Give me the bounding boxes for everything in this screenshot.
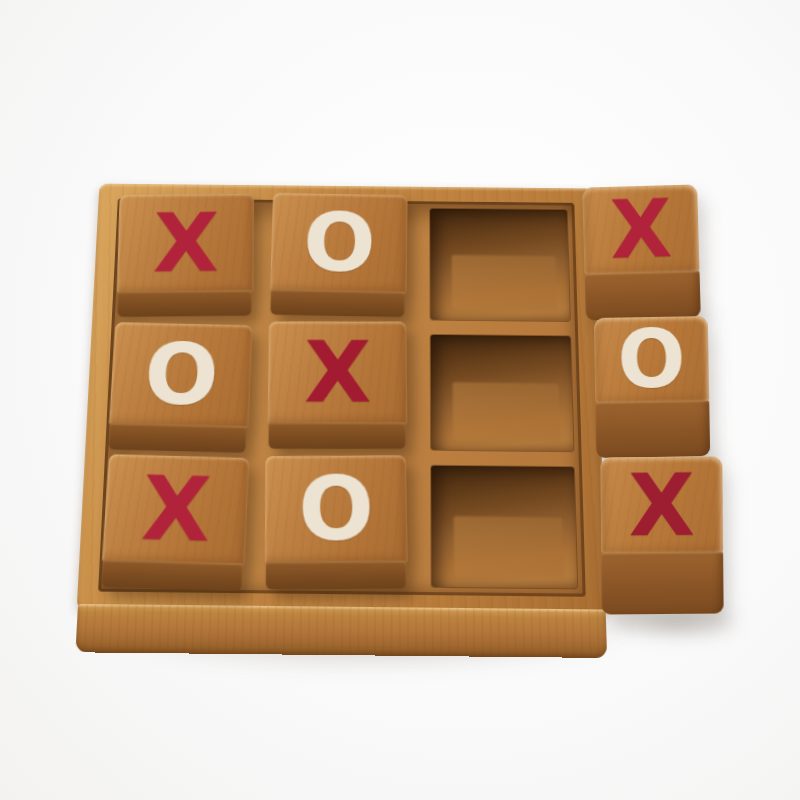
cube-top-face: X: [582, 184, 699, 274]
piece-letter: X: [152, 202, 219, 284]
board-grid: X O: [98, 198, 586, 596]
cell-r1-c1[interactable]: X: [272, 333, 415, 450]
cell-r2-c1[interactable]: O: [269, 464, 415, 586]
cell-r2-c2[interactable]: [431, 466, 577, 588]
product-photo-scene: X O: [0, 0, 800, 800]
cell-r0-c0[interactable]: X: [120, 206, 262, 318]
piece-block[interactable]: O: [265, 456, 409, 590]
piece-block[interactable]: O: [270, 193, 409, 317]
piece-block-top: O: [265, 456, 408, 564]
piece-block-top: X: [268, 321, 408, 423]
cube-top-face: X: [600, 456, 723, 553]
piece-letter: O: [299, 465, 375, 555]
piece-block-top: X: [117, 194, 254, 293]
piece-block[interactable]: O: [107, 322, 253, 452]
spare-piece-cube-2[interactable]: O: [594, 316, 710, 458]
piece-letter: O: [617, 319, 686, 400]
cube-front-face: [595, 400, 710, 458]
cube-top-face: O: [594, 316, 709, 403]
cell-r0-c1[interactable]: O: [275, 207, 415, 319]
cell-r1-c2[interactable]: [430, 335, 573, 452]
piece-letter: X: [304, 330, 372, 415]
piece-block-front: [117, 290, 252, 317]
cell-r0-c2[interactable]: [430, 209, 570, 321]
cube-front-face: [601, 551, 724, 614]
piece-block-top: O: [270, 193, 408, 293]
piece-letter: X: [628, 462, 695, 549]
piece-block-front: [108, 422, 247, 452]
piece-block[interactable]: X: [100, 454, 250, 591]
spare-piece-cube-1[interactable]: X: [582, 184, 701, 320]
piece-letter: O: [142, 331, 220, 418]
tic-tac-toe-board-tray: X O: [74, 184, 608, 658]
cell-r2-c0[interactable]: X: [107, 463, 256, 585]
piece-block-front: [269, 421, 407, 448]
piece-letter: O: [303, 202, 377, 285]
piece-block[interactable]: X: [116, 194, 254, 317]
piece-letter: X: [609, 189, 673, 271]
piece-block[interactable]: X: [268, 321, 409, 448]
piece-letter: X: [139, 464, 213, 555]
piece-block-front: [101, 559, 243, 591]
spare-piece-cube-3[interactable]: X: [600, 456, 723, 614]
piece-block-top: X: [102, 454, 250, 565]
piece-block-front: [271, 289, 406, 317]
piece-block-front: [266, 560, 407, 589]
cell-r1-c0[interactable]: O: [113, 331, 258, 448]
piece-block-top: O: [109, 322, 253, 428]
board-front-edge: [75, 604, 607, 658]
